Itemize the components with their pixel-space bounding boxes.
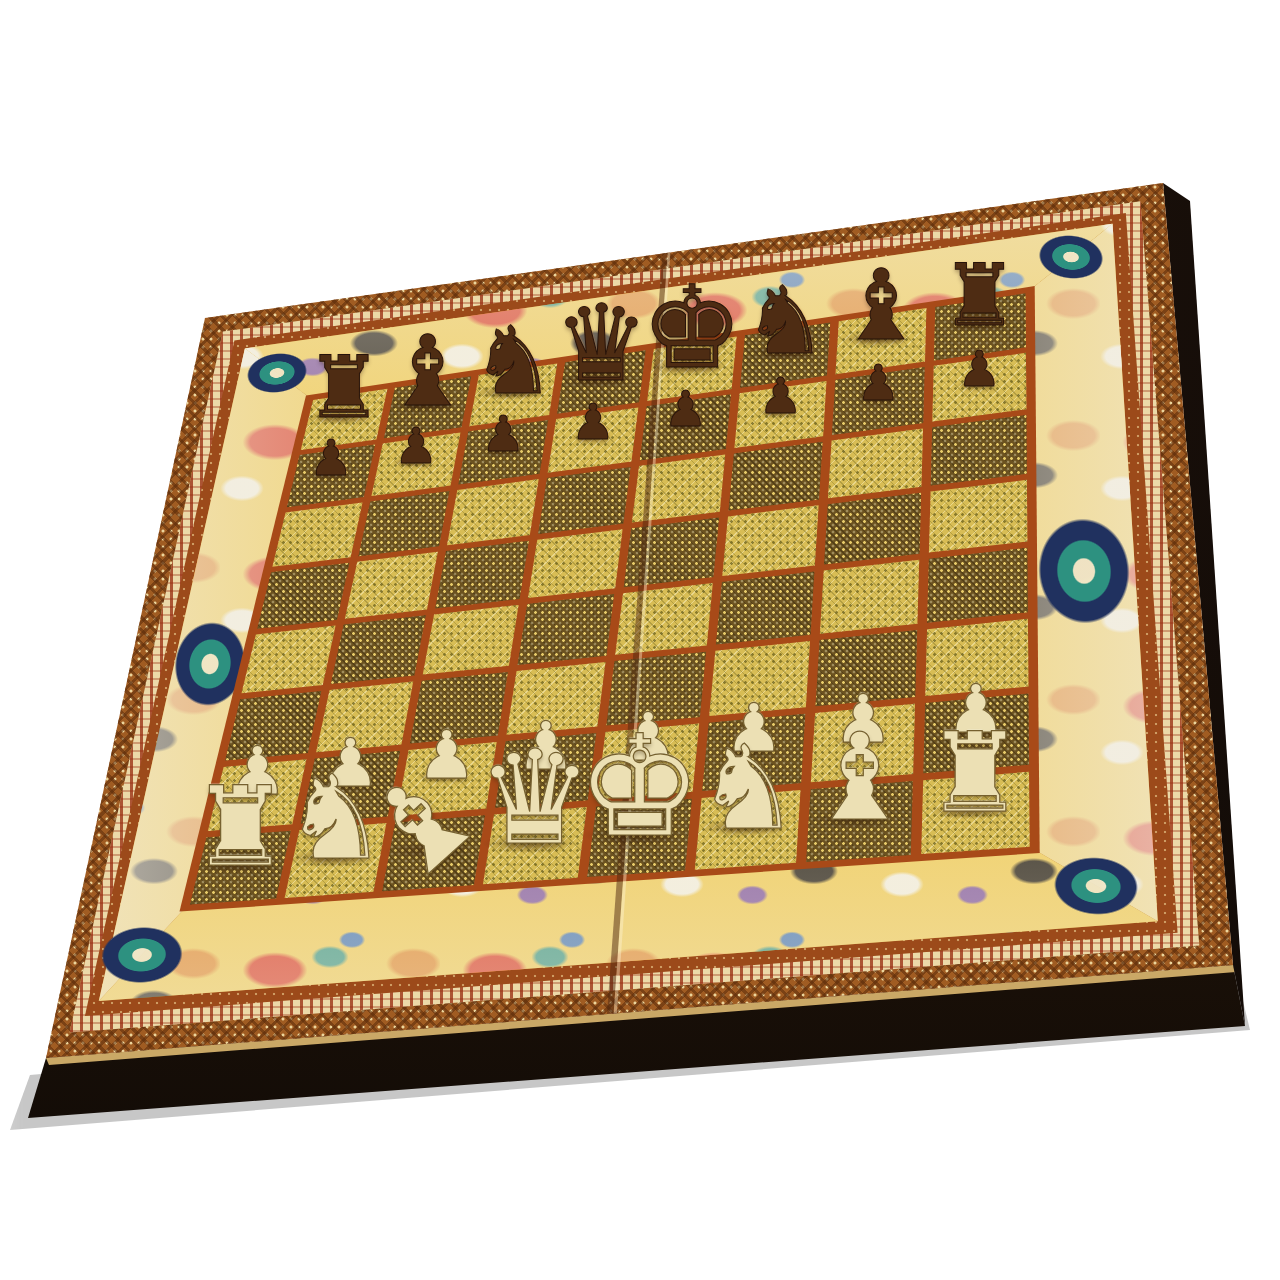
piece-black-king-e8[interactable]: ♚ [641,271,743,385]
piece-black-pawn-a7[interactable]: ♟ [309,433,353,482]
pieces-layer: ♜♝♞♛♚♞♝♜♟♟♟♟♟♟♟♟♟♟♟♟♟♟♟♟♜♞♝♛♚♞♝♜ [0,0,1280,1280]
piece-white-bishop-g1[interactable]: ♝ [806,718,914,838]
piece-black-rook-a8[interactable]: ♜ [306,346,383,432]
piece-white-rook-h1[interactable]: ♜ [926,718,1025,828]
piece-black-pawn-c7[interactable]: ♟ [481,410,525,459]
piece-black-pawn-g7[interactable]: ♟ [856,358,900,407]
piece-black-knight-c8[interactable]: ♞ [471,314,555,408]
piece-white-knight-b1[interactable]: ♞ [283,760,387,876]
piece-black-pawn-e7[interactable]: ♟ [663,385,707,434]
photo-canvas: ♜♝♞♛♚♞♝♜♟♟♟♟♟♟♟♟♟♟♟♟♟♟♟♟♜♞♝♛♚♞♝♜ [0,0,1280,1280]
piece-black-knight-f8[interactable]: ♞ [743,275,827,369]
piece-black-pawn-d7[interactable]: ♟ [571,398,615,447]
piece-black-queen-d8[interactable]: ♛ [554,291,649,397]
piece-white-rook-a1[interactable]: ♜ [191,773,290,883]
piece-black-pawn-b7[interactable]: ♟ [394,422,438,471]
piece-black-pawn-f7[interactable]: ♟ [758,372,802,421]
piece-black-pawn-h7[interactable]: ♟ [957,345,1001,394]
piece-black-bishop-g8[interactable]: ♝ [837,257,925,355]
piece-white-knight-f1[interactable]: ♞ [696,730,800,846]
piece-black-bishop-b8[interactable]: ♝ [384,323,472,421]
piece-white-king-e1[interactable]: ♚ [577,717,703,857]
piece-black-rook-h8[interactable]: ♜ [941,253,1018,339]
